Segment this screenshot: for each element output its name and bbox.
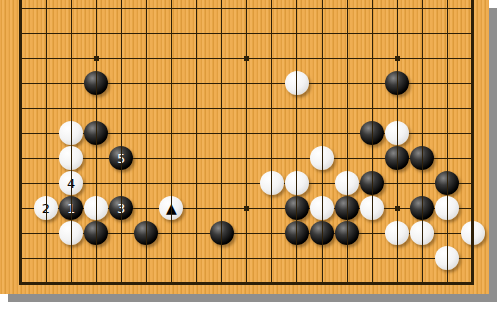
intersection[interactable] — [209, 46, 234, 71]
intersection[interactable] — [234, 0, 259, 21]
intersection[interactable] — [159, 246, 184, 271]
white-stone — [285, 71, 309, 95]
intersection[interactable] — [184, 146, 209, 171]
intersection[interactable] — [284, 146, 309, 171]
intersection[interactable] — [84, 71, 109, 96]
intersection[interactable] — [335, 0, 360, 21]
intersection[interactable] — [134, 171, 159, 196]
intersection[interactable] — [360, 46, 385, 71]
black-stone — [435, 171, 459, 195]
star-point — [395, 206, 400, 211]
intersection[interactable] — [234, 121, 259, 146]
intersection[interactable] — [435, 146, 460, 171]
intersection[interactable] — [259, 21, 284, 46]
intersection[interactable] — [209, 146, 234, 171]
intersection[interactable] — [8, 196, 33, 221]
intersection[interactable] — [8, 96, 33, 121]
intersection[interactable] — [234, 196, 259, 221]
intersection[interactable] — [385, 146, 410, 171]
white-stone — [310, 146, 334, 170]
black-stone — [84, 121, 108, 145]
intersection[interactable] — [410, 0, 435, 21]
intersection[interactable] — [109, 171, 134, 196]
intersection[interactable] — [159, 71, 184, 96]
intersection[interactable] — [460, 121, 485, 146]
intersection[interactable] — [184, 0, 209, 21]
intersection[interactable] — [385, 71, 410, 96]
white-stone — [435, 246, 459, 270]
intersection[interactable] — [410, 246, 435, 271]
move-number-2: 2 — [42, 202, 50, 215]
intersection[interactable] — [209, 96, 234, 121]
intersection[interactable] — [184, 171, 209, 196]
intersection[interactable] — [360, 221, 385, 246]
intersection[interactable] — [209, 121, 234, 146]
intersection[interactable] — [159, 146, 184, 171]
intersection[interactable] — [284, 271, 309, 295]
intersection[interactable]: 4 — [59, 171, 84, 196]
intersection[interactable] — [109, 121, 134, 146]
intersection[interactable] — [259, 171, 284, 196]
intersection[interactable] — [335, 171, 360, 196]
intersection[interactable] — [460, 46, 485, 71]
star-point — [244, 56, 249, 61]
intersection[interactable] — [8, 71, 33, 96]
intersection[interactable] — [335, 96, 360, 121]
white-stone — [260, 171, 284, 195]
intersection[interactable] — [184, 246, 209, 271]
move-number-5: 5 — [117, 152, 125, 165]
intersection[interactable] — [234, 46, 259, 71]
black-stone — [360, 121, 384, 145]
intersection[interactable] — [209, 246, 234, 271]
star-point — [94, 56, 99, 61]
intersection[interactable] — [159, 171, 184, 196]
intersection[interactable] — [385, 196, 410, 221]
intersection[interactable] — [284, 96, 309, 121]
intersection[interactable] — [159, 271, 184, 295]
move-number-3: 3 — [117, 202, 125, 215]
intersection[interactable] — [385, 246, 410, 271]
intersection[interactable] — [8, 146, 33, 171]
intersection[interactable] — [234, 21, 259, 46]
intersection[interactable] — [385, 271, 410, 295]
intersection[interactable]: 2 — [33, 196, 58, 221]
intersection[interactable] — [310, 0, 335, 21]
intersection[interactable] — [184, 21, 209, 46]
intersection[interactable] — [209, 196, 234, 221]
intersection[interactable] — [310, 121, 335, 146]
intersection[interactable] — [109, 246, 134, 271]
intersection[interactable] — [410, 196, 435, 221]
intersection[interactable] — [59, 96, 84, 121]
intersection[interactable] — [460, 71, 485, 96]
intersection[interactable] — [460, 96, 485, 121]
intersection[interactable] — [360, 171, 385, 196]
intersection[interactable] — [435, 96, 460, 121]
black-stone — [410, 146, 434, 170]
intersection[interactable] — [84, 121, 109, 146]
intersection[interactable] — [59, 246, 84, 271]
intersection[interactable] — [84, 246, 109, 271]
intersection[interactable] — [284, 171, 309, 196]
intersection[interactable] — [360, 196, 385, 221]
intersection[interactable] — [335, 221, 360, 246]
black-stone — [385, 71, 409, 95]
intersection[interactable] — [8, 171, 33, 196]
white-stone — [59, 146, 83, 170]
white-stone — [285, 171, 309, 195]
intersection[interactable] — [259, 0, 284, 21]
black-stone — [410, 196, 434, 220]
intersection[interactable] — [410, 171, 435, 196]
intersection[interactable]: ▲ — [159, 196, 184, 221]
intersection[interactable] — [33, 21, 58, 46]
white-stone — [360, 196, 384, 220]
intersection[interactable] — [8, 246, 33, 271]
intersection[interactable] — [234, 246, 259, 271]
intersection[interactable] — [284, 246, 309, 271]
black-stone — [285, 221, 309, 245]
black-stone: 5 — [109, 146, 133, 170]
intersection[interactable] — [8, 46, 33, 71]
black-stone: 3 — [109, 196, 133, 220]
white-stone — [435, 196, 459, 220]
intersection[interactable] — [33, 246, 58, 271]
intersection[interactable] — [310, 196, 335, 221]
intersection[interactable] — [259, 46, 284, 71]
intersection[interactable] — [209, 71, 234, 96]
intersection[interactable] — [335, 246, 360, 271]
black-stone — [335, 196, 359, 220]
intersection[interactable] — [259, 146, 284, 171]
white-stone — [335, 171, 359, 195]
intersection[interactable] — [209, 0, 234, 21]
intersection[interactable] — [360, 71, 385, 96]
intersection[interactable] — [109, 0, 134, 21]
white-stone — [59, 121, 83, 145]
intersection[interactable] — [59, 0, 84, 21]
intersection[interactable] — [460, 246, 485, 271]
intersection[interactable] — [134, 271, 159, 295]
white-stone — [385, 121, 409, 145]
intersection[interactable] — [33, 146, 58, 171]
intersection[interactable] — [385, 0, 410, 21]
intersection[interactable] — [259, 121, 284, 146]
white-stone — [410, 221, 434, 245]
intersection[interactable] — [360, 271, 385, 295]
intersection[interactable] — [234, 71, 259, 96]
intersection[interactable] — [33, 221, 58, 246]
intersection[interactable] — [84, 171, 109, 196]
intersection[interactable] — [410, 21, 435, 46]
intersection[interactable] — [184, 71, 209, 96]
intersection[interactable] — [259, 221, 284, 246]
intersection[interactable] — [460, 21, 485, 46]
intersection[interactable] — [335, 146, 360, 171]
white-stone — [310, 196, 334, 220]
intersection[interactable] — [59, 46, 84, 71]
intersection[interactable] — [435, 246, 460, 271]
white-stone — [59, 221, 83, 245]
intersection[interactable] — [159, 121, 184, 146]
intersection[interactable] — [59, 71, 84, 96]
intersection[interactable] — [335, 71, 360, 96]
white-stone: ▲ — [159, 196, 183, 220]
intersection[interactable] — [410, 121, 435, 146]
intersection[interactable] — [284, 46, 309, 71]
triangle-mark: ▲ — [166, 201, 177, 215]
intersection[interactable] — [360, 0, 385, 21]
intersection[interactable] — [84, 146, 109, 171]
intersection[interactable] — [134, 46, 159, 71]
intersection[interactable] — [33, 0, 58, 21]
intersection[interactable] — [109, 71, 134, 96]
intersection[interactable] — [335, 46, 360, 71]
intersection[interactable] — [435, 196, 460, 221]
intersection[interactable] — [460, 196, 485, 221]
intersection[interactable] — [33, 71, 58, 96]
intersection[interactable] — [410, 71, 435, 96]
move-number-1: 1 — [67, 202, 75, 215]
black-stone — [385, 146, 409, 170]
intersection[interactable] — [310, 221, 335, 246]
intersection[interactable] — [109, 21, 134, 46]
intersection[interactable] — [410, 46, 435, 71]
black-stone — [210, 221, 234, 245]
intersection[interactable] — [385, 46, 410, 71]
intersection[interactable] — [360, 121, 385, 146]
intersection[interactable] — [310, 271, 335, 295]
intersection[interactable] — [234, 271, 259, 295]
intersection[interactable] — [410, 221, 435, 246]
intersection[interactable] — [435, 221, 460, 246]
intersection[interactable] — [460, 0, 485, 21]
intersection[interactable] — [310, 146, 335, 171]
intersection[interactable] — [385, 21, 410, 46]
black-stone — [84, 221, 108, 245]
intersection[interactable] — [159, 0, 184, 21]
intersection[interactable] — [385, 121, 410, 146]
intersection[interactable] — [435, 46, 460, 71]
intersection[interactable] — [284, 71, 309, 96]
intersection[interactable] — [109, 271, 134, 295]
intersection[interactable] — [209, 171, 234, 196]
intersection[interactable] — [159, 21, 184, 46]
intersection[interactable] — [33, 121, 58, 146]
intersection[interactable] — [385, 221, 410, 246]
intersection[interactable] — [134, 71, 159, 96]
intersection[interactable] — [84, 46, 109, 71]
intersection[interactable] — [209, 221, 234, 246]
intersection[interactable] — [310, 21, 335, 46]
intersection[interactable] — [360, 246, 385, 271]
black-stone — [84, 71, 108, 95]
intersection[interactable] — [259, 196, 284, 221]
intersection[interactable] — [335, 271, 360, 295]
intersection[interactable] — [284, 0, 309, 21]
intersection[interactable] — [410, 271, 435, 295]
intersection[interactable] — [134, 0, 159, 21]
intersection[interactable] — [84, 96, 109, 121]
intersection[interactable] — [234, 146, 259, 171]
intersection[interactable] — [435, 171, 460, 196]
white-stone: 2 — [34, 196, 58, 220]
intersection[interactable] — [335, 21, 360, 46]
intersection[interactable] — [259, 96, 284, 121]
intersection[interactable] — [184, 271, 209, 295]
white-stone: 4 — [59, 171, 83, 195]
intersection[interactable] — [84, 271, 109, 295]
intersection[interactable] — [134, 21, 159, 46]
intersection[interactable] — [33, 46, 58, 71]
black-stone: 1 — [59, 196, 83, 220]
black-stone — [134, 221, 158, 245]
intersection[interactable] — [435, 271, 460, 295]
intersection[interactable] — [184, 46, 209, 71]
intersection[interactable] — [360, 96, 385, 121]
white-stone — [461, 221, 485, 245]
intersection[interactable] — [209, 271, 234, 295]
intersection[interactable] — [33, 96, 58, 121]
intersection[interactable] — [8, 21, 33, 46]
intersection[interactable] — [84, 221, 109, 246]
intersection[interactable] — [84, 196, 109, 221]
intersection[interactable] — [435, 71, 460, 96]
intersection[interactable] — [410, 96, 435, 121]
intersection[interactable] — [460, 221, 485, 246]
intersection[interactable] — [33, 271, 58, 295]
intersection[interactable] — [310, 71, 335, 96]
intersection[interactable] — [234, 221, 259, 246]
intersection[interactable] — [410, 146, 435, 171]
intersection[interactable] — [8, 271, 33, 295]
intersection[interactable] — [109, 221, 134, 246]
intersection[interactable] — [159, 221, 184, 246]
black-stone — [335, 221, 359, 245]
intersection[interactable] — [184, 121, 209, 146]
intersection[interactable] — [109, 96, 134, 121]
black-stone — [310, 221, 334, 245]
intersection[interactable] — [360, 146, 385, 171]
intersection[interactable] — [335, 196, 360, 221]
intersection[interactable] — [385, 171, 410, 196]
intersection[interactable] — [59, 146, 84, 171]
intersection[interactable] — [33, 171, 58, 196]
intersection[interactable] — [460, 171, 485, 196]
intersection[interactable] — [259, 246, 284, 271]
intersection[interactable] — [8, 0, 33, 21]
intersection[interactable] — [259, 71, 284, 96]
go-diagram: 54213▲ — [0, 0, 500, 310]
intersection[interactable] — [59, 221, 84, 246]
intersection[interactable] — [435, 0, 460, 21]
intersection[interactable] — [134, 246, 159, 271]
intersection[interactable] — [184, 196, 209, 221]
intersection[interactable] — [8, 221, 33, 246]
intersection[interactable] — [310, 246, 335, 271]
intersection[interactable]: 5 — [109, 146, 134, 171]
intersection[interactable] — [209, 21, 234, 46]
intersection[interactable] — [259, 271, 284, 295]
intersection[interactable] — [59, 271, 84, 295]
board-grid: 54213▲ — [8, 0, 485, 294]
intersection[interactable] — [134, 146, 159, 171]
intersection[interactable] — [460, 271, 485, 295]
white-stone — [84, 196, 108, 220]
intersection[interactable] — [310, 96, 335, 121]
intersection[interactable] — [59, 21, 84, 46]
intersection[interactable] — [284, 196, 309, 221]
intersection[interactable] — [84, 21, 109, 46]
intersection[interactable] — [8, 121, 33, 146]
star-point — [244, 206, 249, 211]
intersection[interactable] — [435, 21, 460, 46]
intersection[interactable] — [134, 121, 159, 146]
intersection[interactable]: 1 — [59, 196, 84, 221]
intersection[interactable] — [134, 196, 159, 221]
intersection[interactable] — [184, 96, 209, 121]
intersection[interactable] — [234, 171, 259, 196]
intersection[interactable] — [385, 96, 410, 121]
intersection[interactable] — [335, 121, 360, 146]
white-stone — [385, 221, 409, 245]
intersection[interactable]: 3 — [109, 196, 134, 221]
intersection[interactable] — [284, 21, 309, 46]
move-number-4: 4 — [67, 177, 75, 190]
intersection[interactable] — [284, 121, 309, 146]
black-stone — [360, 171, 384, 195]
intersection[interactable] — [310, 46, 335, 71]
intersection[interactable] — [134, 96, 159, 121]
intersection[interactable] — [84, 0, 109, 21]
intersection[interactable] — [435, 121, 460, 146]
intersection[interactable] — [310, 171, 335, 196]
intersection[interactable] — [284, 221, 309, 246]
black-stone — [285, 196, 309, 220]
intersection[interactable] — [159, 46, 184, 71]
intersection[interactable] — [159, 96, 184, 121]
goban: 54213▲ — [0, 0, 489, 294]
intersection[interactable] — [234, 96, 259, 121]
intersection[interactable] — [134, 221, 159, 246]
star-point — [395, 56, 400, 61]
intersection[interactable] — [460, 146, 485, 171]
intersection[interactable] — [59, 121, 84, 146]
intersection[interactable] — [360, 21, 385, 46]
intersection[interactable] — [184, 221, 209, 246]
intersection[interactable] — [109, 46, 134, 71]
